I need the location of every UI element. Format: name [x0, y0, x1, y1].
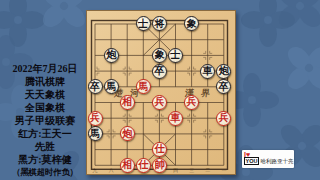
black-advisor[interactable]: 士 — [168, 48, 183, 63]
board-grid[interactable]: 士将象炮象士卒車炮卒馬卒馬馬相兵兵兵車兵炮仕相仕帥 — [87, 16, 232, 173]
black-advisor[interactable]: 士 — [136, 16, 151, 31]
red-horse[interactable]: 馬 — [136, 79, 151, 94]
black-horse[interactable]: 馬 — [104, 79, 119, 94]
black-cannon[interactable]: 炮 — [104, 48, 119, 63]
caption-date: 2022年7月26日 — [2, 62, 88, 75]
caption-event-2: 男子甲级联赛 — [2, 114, 88, 127]
red-soldier[interactable]: 兵 — [88, 111, 103, 126]
caption-black-player: 黑方:莫梓健 — [2, 153, 88, 166]
black-soldier[interactable]: 卒 — [216, 79, 231, 94]
caption-result: 先胜 — [2, 140, 88, 153]
match-caption: 2022年7月26日 腾讯棋牌 天天象棋 全国象棋 男子甲级联赛 红方:王天一 … — [2, 62, 88, 179]
black-elephant[interactable]: 象 — [184, 16, 199, 31]
red-soldier[interactable]: 兵 — [184, 95, 199, 110]
red-soldier[interactable]: 兵 — [152, 95, 167, 110]
video-frame: 2022年7月26日 腾讯棋牌 天天象棋 全国象棋 男子甲级联赛 红方:王天一 … — [0, 0, 320, 180]
red-elephant[interactable]: 相 — [120, 158, 135, 173]
black-cannon[interactable]: 炮 — [216, 64, 231, 79]
red-chariot[interactable]: 車 — [168, 111, 183, 126]
red-elephant[interactable]: 相 — [120, 95, 135, 110]
red-general[interactable]: 帥 — [152, 158, 167, 173]
caption-red-player: 红方:王天一 — [2, 127, 88, 140]
black-soldier[interactable]: 卒 — [152, 64, 167, 79]
black-elephant[interactable]: 象 — [152, 48, 167, 63]
channel-watermark: I♥ YOU 哈利路亚十亮 — [242, 150, 294, 168]
red-advisor[interactable]: 仕 — [136, 158, 151, 173]
caption-organizer: 腾讯棋牌 — [2, 75, 88, 88]
caption-note: （黑棋超时作负） — [2, 166, 88, 179]
watermark-you-label: YOU — [244, 157, 259, 165]
red-soldier[interactable]: 兵 — [216, 111, 231, 126]
watermark-text: YOU 哈利路亚十亮 — [244, 159, 292, 165]
black-horse[interactable]: 馬 — [88, 126, 103, 141]
red-cannon[interactable]: 炮 — [120, 126, 135, 141]
watermark-channel-name: 哈利路亚十亮 — [260, 158, 293, 164]
caption-platform: 天天象棋 — [2, 88, 88, 101]
red-advisor[interactable]: 仕 — [152, 142, 167, 157]
caption-event-1: 全国象棋 — [2, 101, 88, 114]
black-chariot[interactable]: 車 — [200, 64, 215, 79]
black-soldier[interactable]: 卒 — [88, 79, 103, 94]
black-general[interactable]: 将 — [152, 16, 167, 31]
xiangqi-board[interactable]: 楚河 漢界 士将象炮象士卒車炮卒馬卒馬馬相兵兵兵車兵炮仕相仕帥 九 八 七 六 … — [86, 10, 236, 175]
